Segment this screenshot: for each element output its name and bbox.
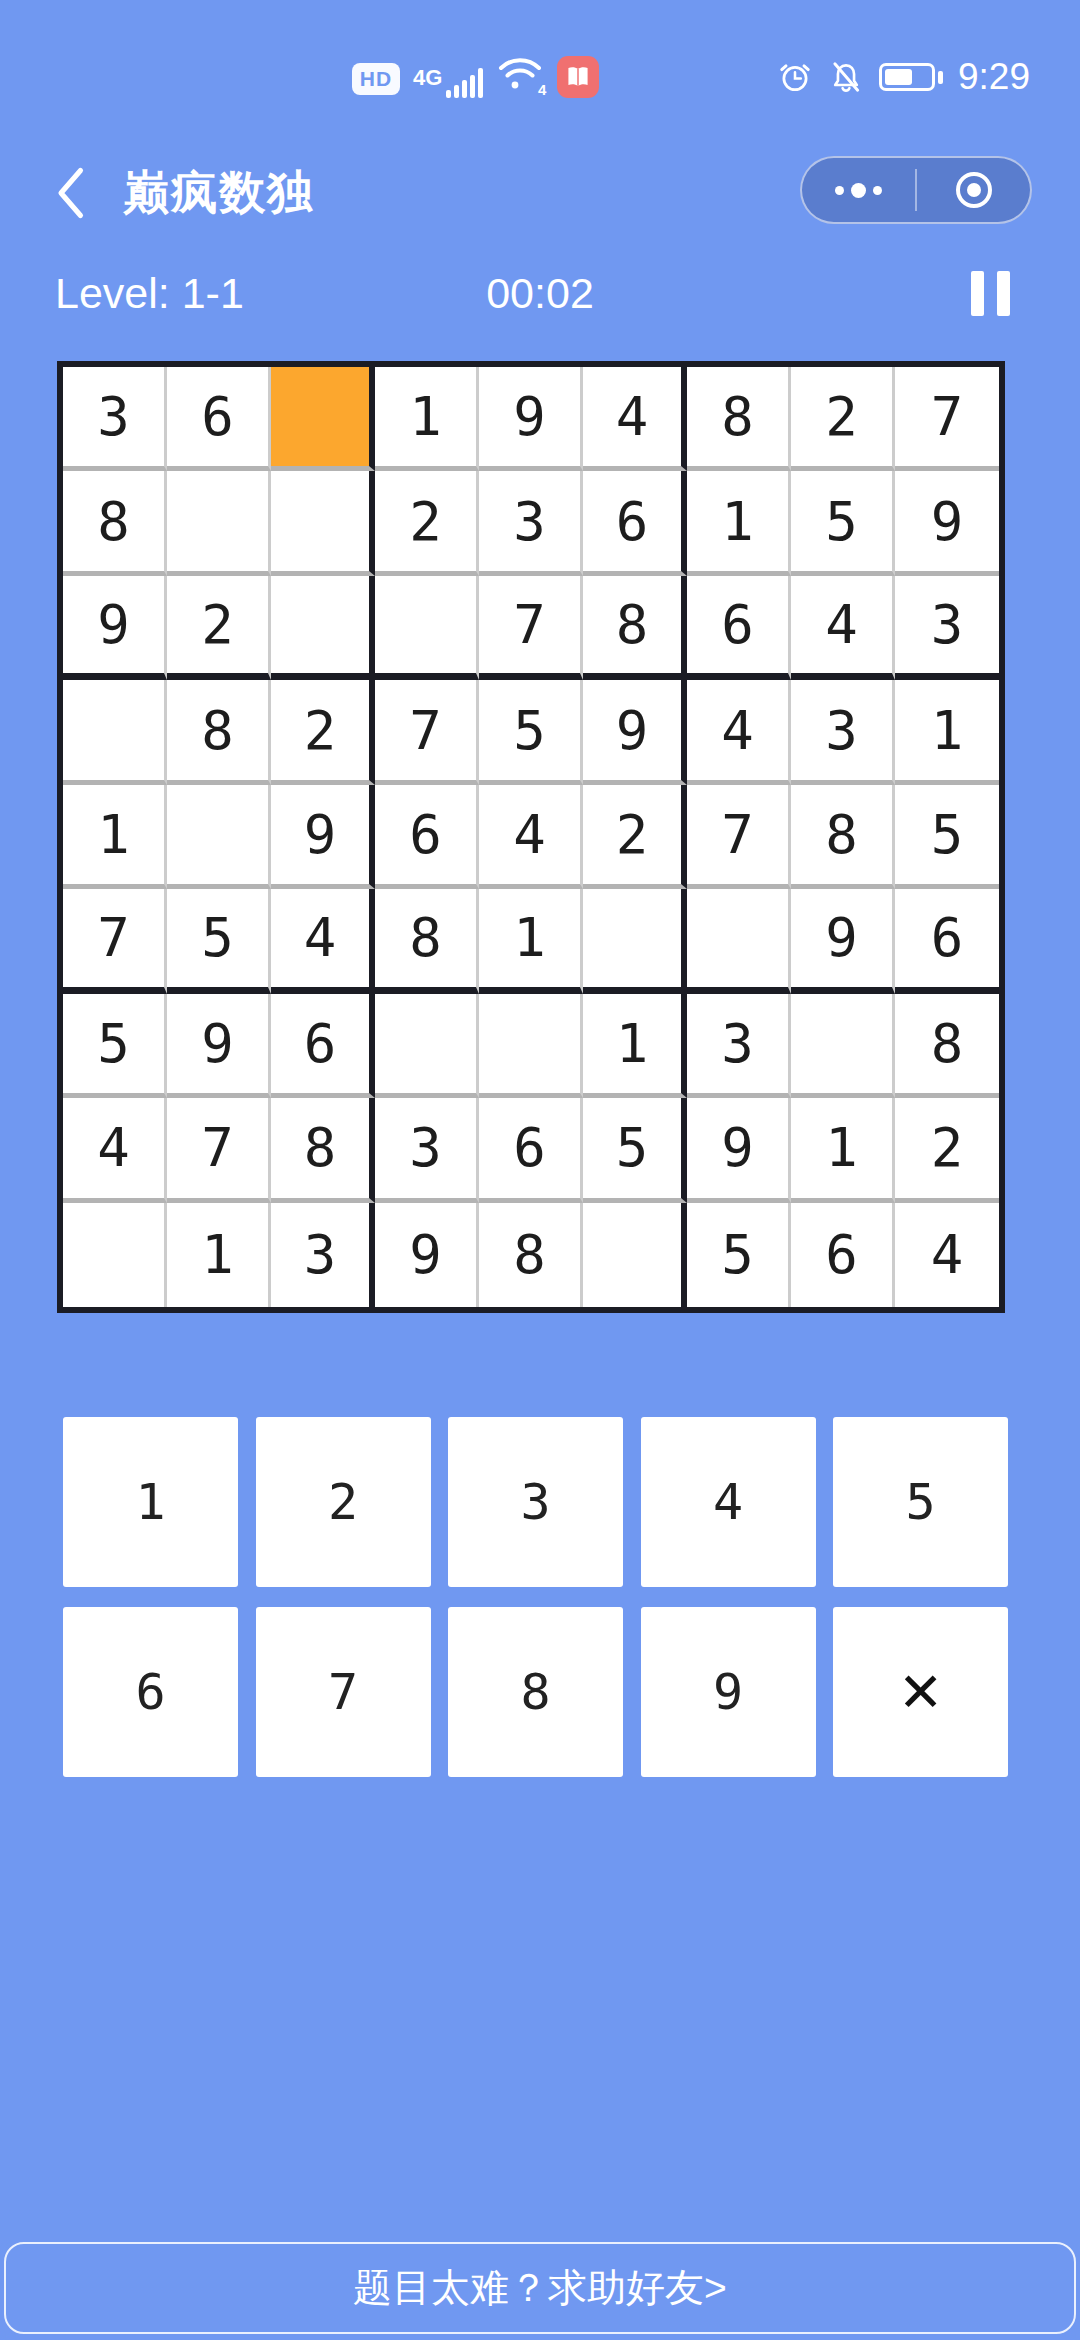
grid-cell-r2c4[interactable]: 2 [375,471,479,575]
grid-cell-r6c7[interactable] [687,889,791,993]
grid-cell-r6c3[interactable]: 4 [271,889,375,993]
grid-cell-r3c4[interactable] [375,576,479,680]
grid-cell-r7c3[interactable]: 6 [271,994,375,1098]
timer-label: 00:02 [0,262,1080,324]
header: 巅疯数独 [45,158,315,228]
status-time: 9:29 [958,56,1030,98]
grid-cell-r5c6[interactable]: 2 [583,785,687,889]
grid-cell-r4c8[interactable]: 3 [791,680,895,784]
grid-cell-r6c2[interactable]: 5 [167,889,271,993]
grid-cell-r1c2[interactable]: 6 [167,367,271,471]
grid-cell-r3c7[interactable]: 6 [687,576,791,680]
grid-cell-r1c7[interactable]: 8 [687,367,791,471]
grid-cell-r2c1[interactable]: 8 [63,471,167,575]
grid-cell-r7c1[interactable]: 5 [63,994,167,1098]
grid-cell-r7c4[interactable] [375,994,479,1098]
grid-cell-r6c6[interactable] [583,889,687,993]
battery-icon [879,63,943,91]
grid-cell-r2c5[interactable]: 3 [479,471,583,575]
grid-cell-r1c8[interactable]: 2 [791,367,895,471]
pause-icon [971,271,984,316]
grid-cell-r9c3[interactable]: 3 [271,1203,375,1307]
grid-cell-r3c2[interactable]: 2 [167,576,271,680]
numpad-key-5[interactable]: 5 [833,1417,1008,1587]
grid-cell-r5c2[interactable] [167,785,271,889]
grid-cell-r7c2[interactable]: 9 [167,994,271,1098]
grid-cell-r2c2[interactable] [167,471,271,575]
grid-cell-r6c8[interactable]: 9 [791,889,895,993]
grid-cell-r7c9[interactable]: 8 [895,994,999,1098]
status-bar-right: 9:29 [777,56,1030,98]
wifi-generation-label: 4 [538,81,546,98]
grid-cell-r2c7[interactable]: 1 [687,471,791,575]
grid-cell-r7c7[interactable]: 3 [687,994,791,1098]
grid-cell-r1c3[interactable] [271,367,375,471]
network-type-label: 4G [413,68,442,88]
grid-cell-r5c8[interactable]: 8 [791,785,895,889]
status-bar-left: HD 4G 4 [352,54,599,98]
grid-cell-r3c6[interactable]: 8 [583,576,687,680]
grid-cell-r2c3[interactable] [271,471,375,575]
grid-cell-r4c4[interactable]: 7 [375,680,479,784]
grid-cell-r8c5[interactable]: 6 [479,1098,583,1202]
numpad-key-4[interactable]: 4 [641,1417,816,1587]
pause-button[interactable] [971,271,1010,316]
grid-cell-r7c6[interactable]: 1 [583,994,687,1098]
sudoku-board: 3619482782361599278643827594311964278575… [57,361,1005,1313]
game-bar: Level: 1-1 00:02 [0,262,1080,324]
grid-cell-r8c6[interactable]: 5 [583,1098,687,1202]
more-button[interactable] [802,158,915,222]
grid-cell-r9c5[interactable]: 8 [479,1203,583,1307]
grid-cell-r8c3[interactable]: 8 [271,1098,375,1202]
help-friend-label: 题目太难？求助好友> [353,2261,727,2315]
grid-cell-r3c5[interactable]: 7 [479,576,583,680]
cellular-signal-icon: 4G [413,68,483,98]
grid-cell-r6c9[interactable]: 6 [895,889,999,993]
grid-cell-r3c8[interactable]: 4 [791,576,895,680]
grid-cell-r9c4[interactable]: 9 [375,1203,479,1307]
grid-cell-r5c5[interactable]: 4 [479,785,583,889]
grid-cell-r6c1[interactable]: 7 [63,889,167,993]
numpad-key-9[interactable]: 9 [641,1607,816,1777]
circle-dot-icon [956,172,992,208]
grid-cell-r1c9[interactable]: 7 [895,367,999,471]
grid-cell-r2c8[interactable]: 5 [791,471,895,575]
grid-cell-r9c2[interactable]: 1 [167,1203,271,1307]
grid-cell-r9c6[interactable] [583,1203,687,1307]
grid-cell-r8c7[interactable]: 9 [687,1098,791,1202]
more-dots-icon [835,186,844,195]
grid-cell-r9c7[interactable]: 5 [687,1203,791,1307]
grid-cell-r8c4[interactable]: 3 [375,1098,479,1202]
grid-cell-r1c6[interactable]: 4 [583,367,687,471]
hd-icon: HD [352,63,400,95]
grid-cell-r3c3[interactable] [271,576,375,680]
grid-cell-r2c6[interactable]: 6 [583,471,687,575]
numpad-key-2[interactable]: 2 [256,1417,431,1587]
grid-cell-r5c4[interactable]: 6 [375,785,479,889]
numpad-key-7[interactable]: 7 [256,1607,431,1777]
help-friend-button[interactable]: 题目太难？求助好友> [4,2242,1076,2334]
grid-cell-r8c2[interactable]: 7 [167,1098,271,1202]
grid-cell-r7c5[interactable] [479,994,583,1098]
grid-cell-r9c8[interactable]: 6 [791,1203,895,1307]
numpad-key-3[interactable]: 3 [448,1417,623,1587]
grid-cell-r6c4[interactable]: 8 [375,889,479,993]
reading-app-icon [557,56,599,98]
page-title: 巅疯数独 [123,162,315,224]
grid-cell-r8c9[interactable]: 2 [895,1098,999,1202]
grid-cell-r5c7[interactable]: 7 [687,785,791,889]
numpad-key-erase[interactable]: ✕ [833,1607,1008,1777]
numpad-key-6[interactable]: 6 [63,1607,238,1777]
grid-cell-r2c9[interactable]: 9 [895,471,999,575]
grid-cell-r4c9[interactable]: 1 [895,680,999,784]
grid-cell-r4c2[interactable]: 8 [167,680,271,784]
grid-cell-r4c1[interactable] [63,680,167,784]
grid-cell-r8c1[interactable]: 4 [63,1098,167,1202]
wifi-icon: 4 [496,54,544,96]
grid-cell-r1c4[interactable]: 1 [375,367,479,471]
number-pad: 1 2 3 4 5 6 7 8 9 ✕ [63,1417,1008,1777]
grid-cell-r7c8[interactable] [791,994,895,1098]
grid-cell-r4c5[interactable]: 5 [479,680,583,784]
grid-cell-r5c3[interactable]: 9 [271,785,375,889]
sudoku-app-screen: HD 4G 4 [0,0,1080,2340]
grid-cell-r1c1[interactable]: 3 [63,367,167,471]
mute-bell-icon [828,59,864,95]
grid-cell-r3c1[interactable]: 9 [63,576,167,680]
close-miniprogram-button[interactable] [917,158,1030,222]
grid-cell-r6c5[interactable]: 1 [479,889,583,993]
back-button[interactable] [45,161,95,225]
grid-cell-r4c3[interactable]: 2 [271,680,375,784]
grid-cell-r5c9[interactable]: 5 [895,785,999,889]
grid-cell-r1c5[interactable]: 9 [479,367,583,471]
grid-cell-r9c9[interactable]: 4 [895,1203,999,1307]
signal-bars-icon [446,68,483,98]
alarm-clock-icon [777,59,813,95]
miniprogram-capsule [800,156,1032,224]
numpad-key-8[interactable]: 8 [448,1607,623,1777]
numpad-key-1[interactable]: 1 [63,1417,238,1587]
grid-cell-r5c1[interactable]: 1 [63,785,167,889]
grid-cell-r4c6[interactable]: 9 [583,680,687,784]
grid-cell-r4c7[interactable]: 4 [687,680,791,784]
grid-cell-r8c8[interactable]: 1 [791,1098,895,1202]
chevron-left-icon [52,165,88,221]
grid-cell-r3c9[interactable]: 3 [895,576,999,680]
grid-cell-r9c1[interactable] [63,1203,167,1307]
